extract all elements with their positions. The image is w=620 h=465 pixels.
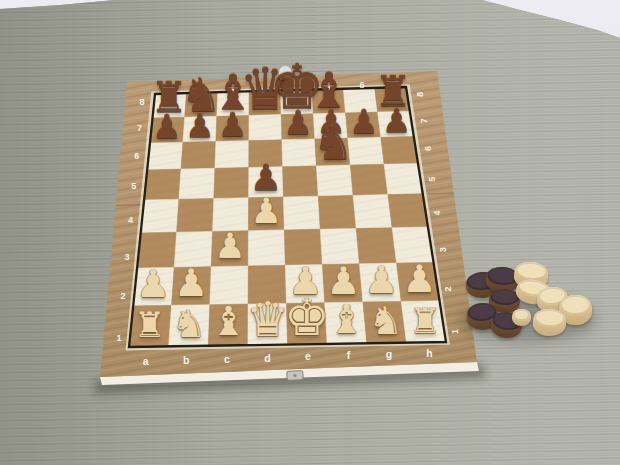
coord-right-2: 2 (443, 287, 453, 292)
coord-right-6: 6 (423, 146, 433, 151)
piece-white-pawn-f2[interactable]: ♟ (326, 262, 360, 300)
coord-left-1: 1 (116, 333, 121, 343)
checker-top (513, 309, 531, 321)
piece-white-rook-a1[interactable]: ♜ (134, 308, 165, 343)
coord-bottom-f: f (347, 349, 351, 361)
piece-white-pawn-h2[interactable]: ♟ (402, 261, 436, 299)
piece-black-knight-f6[interactable]: ♞ (312, 120, 354, 166)
coord-bottom-h: h (426, 347, 432, 359)
coord-bottom-d: d (264, 352, 270, 364)
coord-left-5: 5 (131, 181, 136, 191)
piece-black-pawn-h7[interactable]: ♟ (382, 103, 412, 136)
coord-bottom-c: c (224, 353, 230, 365)
piece-white-rook-h1[interactable]: ♜ (409, 304, 440, 339)
piece-white-pawn-a2[interactable]: ♟ (136, 265, 170, 303)
piece-black-pawn-c7[interactable]: ♟ (218, 108, 248, 141)
coord-right-8: 8 (415, 92, 425, 97)
coord-bottom-b: b (183, 354, 189, 366)
coord-left-8: 8 (139, 97, 144, 107)
checker-top (534, 308, 566, 328)
coord-bottom-g: g (386, 348, 392, 360)
coord-right-7: 7 (419, 118, 429, 123)
coord-bottom-a: a (143, 355, 149, 367)
piece-white-pawn-b2[interactable]: ♟ (174, 265, 208, 303)
coord-right-3: 3 (438, 247, 448, 252)
captured-checker-light[interactable] (512, 309, 531, 326)
piece-white-pawn-c3[interactable]: ♟ (214, 229, 245, 264)
piece-black-pawn-e7[interactable]: ♟ (283, 106, 313, 139)
piece-white-knight-b1[interactable]: ♞ (172, 305, 206, 343)
piece-white-bishop-c1[interactable]: ♝ (210, 303, 246, 343)
piece-white-knight-g1[interactable]: ♞ (368, 302, 402, 340)
captured-checker-light[interactable] (532, 308, 566, 337)
piece-white-bishop-f1[interactable]: ♝ (328, 301, 364, 341)
piece-white-king-e1[interactable]: ♚ (284, 292, 330, 343)
board-latch[interactable] (287, 371, 303, 381)
piece-white-pawn-g2[interactable]: ♟ (364, 261, 398, 299)
coord-left-7: 7 (137, 123, 142, 133)
coord-left-3: 3 (124, 252, 129, 262)
coord-right-5: 5 (427, 177, 437, 182)
coord-bottom-e: e (305, 350, 311, 362)
piece-black-pawn-b7[interactable]: ♟ (185, 108, 215, 141)
photo-scene: aabbccddeeffgghh8877665544332211 ♜♞♝♛♚♝♜… (0, 0, 620, 465)
piece-white-queen-d1[interactable]: ♛ (246, 295, 289, 343)
piece-black-pawn-a7[interactable]: ♟ (152, 109, 182, 142)
coord-top-g: g (359, 82, 364, 91)
coord-left-4: 4 (128, 215, 133, 225)
coord-right-4: 4 (432, 211, 442, 216)
coord-left-6: 6 (134, 151, 139, 161)
coord-right-1: 1 (450, 329, 460, 334)
checker-top (560, 295, 591, 315)
coord-left-2: 2 (121, 291, 126, 301)
piece-white-pawn-d4[interactable]: ♟ (251, 194, 282, 229)
